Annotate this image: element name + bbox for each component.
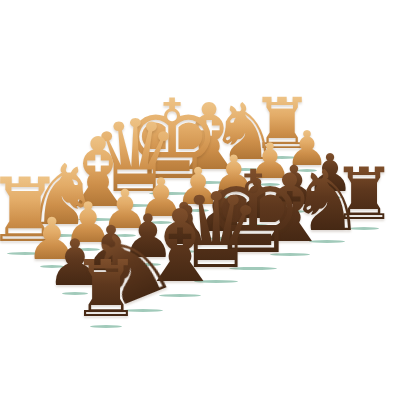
black-rook[interactable]: ♜ — [71, 250, 141, 328]
chess-set-photo: ♜♞♝♛♚♝♞♜♟♟♟♟♟♟♟♟♟♟♟♟♟♟♟♟♜♞♝♛♚♝♞♜ — [0, 0, 400, 400]
